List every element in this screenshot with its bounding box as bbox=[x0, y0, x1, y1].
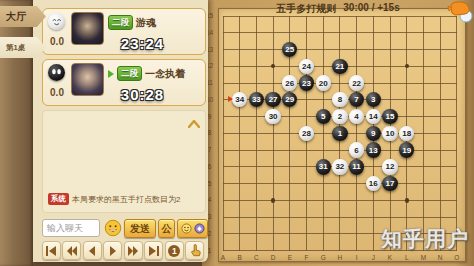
system-message-text: 本局要求的黑五手打点数目为2 bbox=[72, 194, 180, 205]
fast-forward-button[interactable] bbox=[124, 241, 143, 260]
hand-pointer-icon bbox=[189, 244, 201, 257]
move-number-button[interactable]: 1 bbox=[165, 241, 184, 260]
time-control-label: 30:00 / +15s bbox=[343, 2, 399, 16]
collapse-chat-button[interactable] bbox=[188, 114, 200, 132]
playback-controls: 1 bbox=[42, 241, 204, 260]
turn-indicator-icon bbox=[108, 70, 114, 78]
player-clock: 30:28 bbox=[95, 86, 190, 103]
chat-scope-label: 公 bbox=[162, 222, 172, 236]
emote-face-icon bbox=[181, 223, 192, 234]
fast-forward-icon bbox=[127, 245, 139, 257]
player-card-white: 0.0 二段 游魂 23:24 bbox=[42, 8, 206, 55]
pointer-mode-button[interactable] bbox=[185, 241, 204, 260]
first-move-button[interactable] bbox=[42, 241, 61, 260]
step-forward-icon bbox=[107, 245, 119, 257]
system-message: 系统 本局要求的黑五手打点数目为2 bbox=[48, 193, 180, 205]
player-score: 0.0 bbox=[43, 87, 71, 98]
last-move-button[interactable] bbox=[144, 241, 163, 260]
tab-lobby-label: 大厅 bbox=[6, 10, 26, 24]
emotes-button[interactable] bbox=[177, 219, 208, 238]
tab-table-label: 第1桌 bbox=[6, 43, 25, 53]
rule-name-label: 五手多打规则 bbox=[276, 2, 336, 16]
skip-to-end-icon bbox=[148, 245, 160, 257]
black-stone-icon bbox=[48, 64, 65, 81]
player-clock: 23:24 bbox=[95, 35, 190, 52]
board-title: 五手多打规则 30:00 / +15s bbox=[212, 2, 464, 16]
chat-scope-button[interactable]: 公 bbox=[158, 219, 175, 238]
send-button[interactable]: 发送 bbox=[124, 219, 156, 238]
rank-badge: 二段 bbox=[117, 66, 142, 81]
player-score: 0.0 bbox=[43, 36, 71, 47]
chevron-up-icon bbox=[188, 120, 200, 128]
left-panel: 0.0 二段 游魂 23:24 0.0 二段 一念执着 3 bbox=[33, 0, 208, 262]
white-stone-icon bbox=[48, 13, 65, 30]
player-name: 游魂 bbox=[136, 16, 156, 30]
cursor-hand-icon bbox=[447, 0, 473, 24]
watermark: 知乎用户 bbox=[381, 225, 469, 253]
smiley-icon bbox=[104, 219, 122, 237]
chat-input[interactable] bbox=[42, 219, 100, 237]
step-backward-icon bbox=[86, 245, 98, 257]
emote-gesture-icon bbox=[194, 223, 205, 234]
board-surface[interactable] bbox=[218, 8, 466, 262]
chat-log: 系统 本局要求的黑五手打点数目为2 bbox=[42, 110, 206, 213]
fast-backward-icon bbox=[66, 245, 78, 257]
skip-to-start-icon bbox=[45, 245, 57, 257]
game-window: 151413121110987654321ABCDEFGHIJKLMNO1234… bbox=[0, 0, 474, 266]
system-badge: 系统 bbox=[48, 193, 69, 205]
move-number-icon: 1 bbox=[168, 245, 180, 257]
send-button-label: 发送 bbox=[130, 222, 150, 236]
step-forward-button[interactable] bbox=[103, 241, 122, 260]
player-name: 一念执着 bbox=[145, 67, 185, 81]
emoji-button[interactable] bbox=[104, 219, 122, 237]
player-card-black: 0.0 二段 一念执着 30:28 bbox=[42, 59, 206, 106]
tab-table[interactable]: 第1桌 bbox=[0, 37, 46, 58]
step-backward-button[interactable] bbox=[83, 241, 102, 260]
tab-lobby[interactable]: 大厅 bbox=[0, 6, 46, 27]
fast-backward-button[interactable] bbox=[62, 241, 81, 260]
rank-badge: 二段 bbox=[108, 15, 133, 30]
